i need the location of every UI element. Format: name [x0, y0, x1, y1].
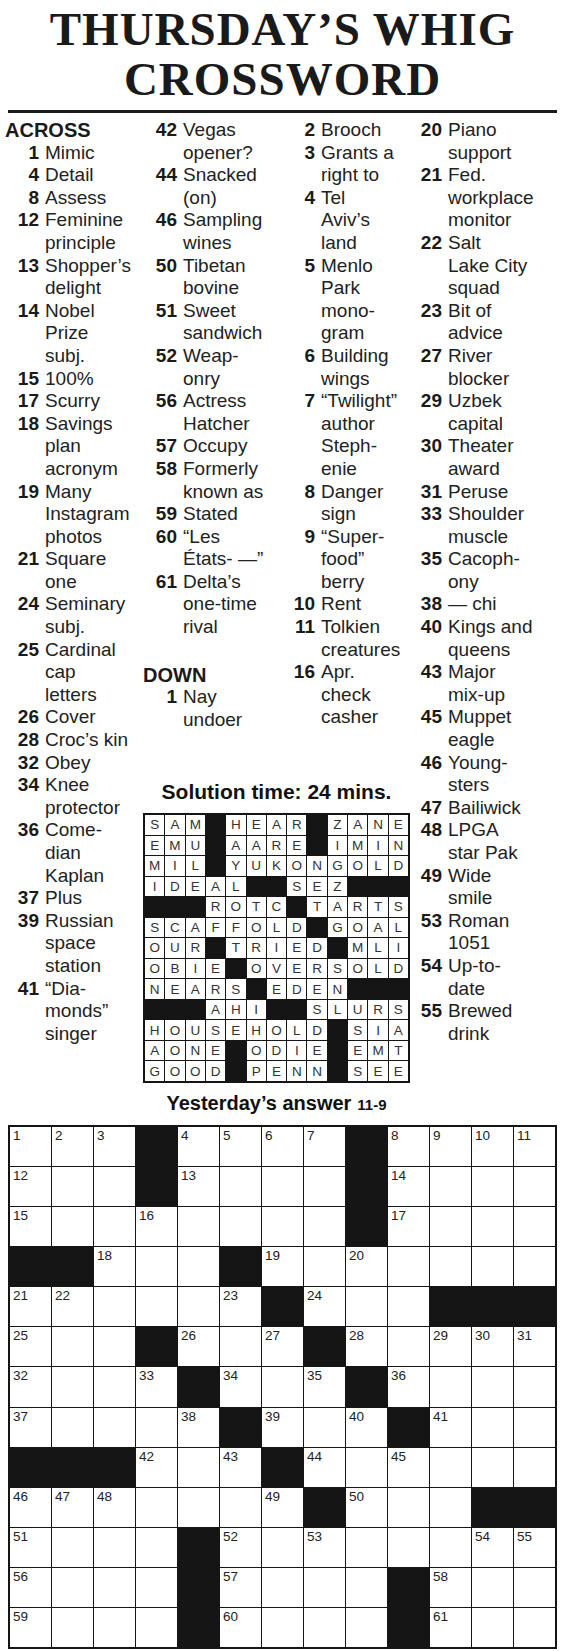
main-grid-cell[interactable] — [388, 1247, 429, 1286]
clue-item: 61Delta’s one-time rival — [143, 571, 277, 639]
clue-number: 5 — [281, 255, 321, 278]
solution-block-cell — [165, 897, 184, 917]
clue-item: 24Seminary subj. — [5, 593, 140, 638]
main-grid-cell[interactable]: 58 — [430, 1568, 471, 1607]
main-grid-cell[interactable] — [94, 1287, 135, 1326]
main-grid-cell[interactable]: 13 — [178, 1167, 219, 1206]
main-grid-cell[interactable]: 47 — [52, 1488, 93, 1527]
clue-item: 17Scurry — [5, 390, 140, 413]
main-grid-cell[interactable]: 4 — [178, 1127, 219, 1166]
main-grid-cell[interactable] — [262, 1528, 303, 1567]
main-grid-cell[interactable] — [94, 1568, 135, 1607]
clue-item: 59Stated — [143, 503, 277, 526]
solution-block-cell — [247, 979, 266, 999]
clue-text: River blocker — [448, 345, 509, 390]
clue-item: 43Major mix-up — [408, 661, 564, 706]
clue-number: 25 — [5, 639, 45, 662]
solution-letter-cell: M — [368, 1041, 387, 1061]
main-grid-cell[interactable] — [220, 1488, 261, 1527]
main-grid-cell[interactable] — [262, 1207, 303, 1246]
main-grid-cell[interactable] — [514, 1207, 555, 1246]
main-grid-cell[interactable]: 5 — [220, 1127, 261, 1166]
solution-letter-cell: O — [145, 959, 164, 979]
solution-letter-cell: M — [165, 836, 184, 856]
main-grid-cell[interactable]: 42 — [136, 1448, 177, 1487]
main-grid-cell[interactable]: 53 — [304, 1528, 345, 1567]
clue-text: Seminary subj. — [45, 593, 125, 638]
clue-number: 2 — [281, 119, 321, 142]
main-grid-cell[interactable]: 57 — [220, 1568, 261, 1607]
solution-letter-cell: I — [267, 938, 286, 958]
main-grid-cell[interactable] — [514, 1367, 555, 1406]
main-grid-cell[interactable] — [430, 1488, 471, 1527]
clue-number: 13 — [5, 255, 45, 278]
main-grid-cell[interactable]: 56 — [10, 1568, 51, 1607]
solution-letter-cell: Z — [328, 877, 347, 897]
main-grid-cell[interactable]: 26 — [178, 1327, 219, 1366]
solution-block-cell — [267, 1000, 286, 1020]
main-grid-cell[interactable] — [52, 1608, 93, 1647]
clue-item: 56Actress Hatcher — [143, 390, 277, 435]
main-grid: 1234567891011121314151617181920212223242… — [8, 1125, 557, 1649]
main-grid-cell[interactable] — [94, 1528, 135, 1567]
clue-text: “Twilight” author Steph- enie — [321, 390, 397, 480]
main-grid-cell[interactable]: 21 — [10, 1287, 51, 1326]
main-grid-cell[interactable] — [388, 1488, 429, 1527]
main-grid-cell[interactable] — [346, 1568, 387, 1607]
solution-letter-cell: E — [307, 979, 326, 999]
clue-text: Snacked (on) — [183, 164, 257, 209]
main-grid-cell[interactable] — [136, 1568, 177, 1607]
main-grid-cell[interactable] — [220, 1167, 261, 1206]
clue-number: 55 — [408, 1000, 448, 1023]
main-grid-cell[interactable] — [52, 1327, 93, 1366]
solution-block-cell — [226, 959, 245, 979]
solution-letter-cell: A — [145, 1041, 164, 1061]
main-grid-cell[interactable] — [52, 1568, 93, 1607]
clue-number: 37 — [5, 887, 45, 910]
main-grid-cell[interactable]: 38 — [178, 1408, 219, 1447]
solution-letter-cell: R — [368, 1000, 387, 1020]
main-grid-cell[interactable]: 43 — [220, 1448, 261, 1487]
main-grid-cell[interactable]: 48 — [94, 1488, 135, 1527]
solution-letter-cell: C — [267, 897, 286, 917]
main-grid-cell[interactable]: 15 — [10, 1207, 51, 1246]
main-grid-cell[interactable]: 8 — [388, 1127, 429, 1166]
main-grid-cell[interactable]: 32 — [10, 1367, 51, 1406]
clue-item: 7“Twilight” author Steph- enie — [281, 390, 405, 480]
main-grid-cell[interactable] — [94, 1207, 135, 1246]
main-grid-cell[interactable] — [430, 1367, 471, 1406]
main-grid-cell[interactable] — [346, 1528, 387, 1567]
main-grid-cell[interactable] — [304, 1207, 345, 1246]
main-grid-cell[interactable]: 29 — [430, 1327, 471, 1366]
solution-block-cell — [206, 836, 225, 856]
main-grid-cell[interactable] — [52, 1408, 93, 1447]
clue-number: 10 — [281, 593, 321, 616]
main-grid-cell[interactable]: 52 — [220, 1528, 261, 1567]
solution-block-cell — [307, 836, 326, 856]
solution-block-cell — [389, 877, 408, 897]
clue-number: 24 — [5, 593, 45, 616]
solution-letter-cell: S — [389, 897, 408, 917]
main-grid-cell[interactable] — [346, 1448, 387, 1487]
clue-item: 21Square one — [5, 548, 140, 593]
clue-number: 20 — [408, 119, 448, 142]
solution-letter-cell: A — [328, 897, 347, 917]
main-grid-cell[interactable]: 6 — [262, 1127, 303, 1166]
main-grid-cell[interactable]: 9 — [430, 1127, 471, 1166]
solution-letter-cell: E — [206, 959, 225, 979]
clue-text: Detail — [45, 164, 94, 187]
clue-text: Actress Hatcher — [183, 390, 250, 435]
solution-letter-cell: O — [165, 1020, 184, 1040]
main-grid-cell[interactable]: 12 — [10, 1167, 51, 1206]
main-grid-cell[interactable]: 37 — [10, 1408, 51, 1447]
main-grid-cell[interactable] — [304, 1568, 345, 1607]
main-grid-block-cell — [346, 1207, 387, 1246]
main-grid-cell[interactable]: 18 — [94, 1247, 135, 1286]
main-grid-cell[interactable]: 7 — [304, 1127, 345, 1166]
solution-letter-cell: U — [186, 1020, 205, 1040]
solution-letter-cell: H — [145, 1020, 164, 1040]
clue-number: 6 — [281, 345, 321, 368]
main-grid-cell[interactable]: 31 — [514, 1327, 555, 1366]
main-grid-cell[interactable]: 27 — [262, 1327, 303, 1366]
clue-item: 29Uzbek capital — [408, 390, 564, 435]
solution-block-cell — [186, 897, 205, 917]
main-grid-cell[interactable] — [178, 1448, 219, 1487]
main-grid-cell[interactable]: 10 — [472, 1127, 513, 1166]
main-grid-cell[interactable] — [136, 1608, 177, 1647]
main-grid-cell[interactable] — [178, 1287, 219, 1326]
main-grid-cell[interactable] — [472, 1568, 513, 1607]
clue-column-2: 42Vegas opener?44Snacked (on)46Sampling … — [143, 119, 277, 731]
main-grid-cell[interactable] — [472, 1367, 513, 1406]
main-grid-cell[interactable] — [514, 1608, 555, 1647]
main-grid-cell[interactable] — [430, 1207, 471, 1246]
solution-letter-cell: O — [348, 856, 367, 876]
clue-item: 3Grants a right to — [281, 142, 405, 187]
clue-number: 17 — [5, 390, 45, 413]
main-grid-cell[interactable]: 23 — [220, 1287, 261, 1326]
clue-number: 59 — [143, 503, 183, 526]
main-grid-cell[interactable] — [388, 1287, 429, 1326]
main-grid-cell[interactable] — [52, 1367, 93, 1406]
main-grid-cell[interactable] — [430, 1247, 471, 1286]
main-grid-cell[interactable] — [346, 1287, 387, 1326]
clue-item: 49Wide smile — [408, 865, 564, 910]
clue-text: Salt Lake City squad — [448, 232, 527, 300]
main-grid-cell[interactable] — [94, 1608, 135, 1647]
main-grid-cell[interactable] — [52, 1207, 93, 1246]
main-grid-cell[interactable] — [304, 1408, 345, 1447]
clue-number: 60 — [143, 526, 183, 549]
clue-number: 33 — [408, 503, 448, 526]
main-grid-cell[interactable]: 46 — [10, 1488, 51, 1527]
clue-item: 48LPGA star Pak — [408, 819, 564, 864]
clue-item: 32Obey — [5, 752, 140, 775]
main-grid-cell[interactable]: 36 — [388, 1367, 429, 1406]
clue-text: Weap- onry — [183, 345, 239, 390]
main-grid-cell[interactable] — [514, 1167, 555, 1206]
solution-letter-cell: L — [328, 1000, 347, 1020]
clue-item: 9“Super- food” berry — [281, 526, 405, 594]
clue-number: 3 — [281, 142, 321, 165]
clue-item: 21Fed. workplace monitor — [408, 164, 564, 232]
main-grid-cell[interactable]: 45 — [388, 1448, 429, 1487]
clue-text: Up-to- date — [448, 955, 501, 1000]
solution-letter-cell: D — [287, 979, 306, 999]
solution-letter-cell: N — [368, 815, 387, 835]
clue-item: 13Shopper’s delight — [5, 255, 140, 300]
solution-block-cell — [348, 979, 367, 999]
main-grid-cell[interactable]: 39 — [262, 1408, 303, 1447]
clue-item: 27River blocker — [408, 345, 564, 390]
main-grid-cell[interactable] — [430, 1167, 471, 1206]
clue-number: 23 — [408, 300, 448, 323]
solution-block-cell — [328, 1020, 347, 1040]
main-grid-cell[interactable] — [94, 1408, 135, 1447]
clue-text: Savings plan acronym — [45, 413, 118, 481]
main-grid-cell[interactable] — [178, 1207, 219, 1246]
solution-letter-cell: L — [368, 959, 387, 979]
main-grid-cell[interactable]: 16 — [136, 1207, 177, 1246]
main-grid-cell[interactable]: 33 — [136, 1367, 177, 1406]
main-grid-cell[interactable] — [430, 1528, 471, 1567]
solution-letter-cell: E — [165, 979, 184, 999]
main-grid-cell[interactable]: 30 — [472, 1327, 513, 1366]
clue-text: Sweet sandwich — [183, 300, 262, 345]
main-grid-cell[interactable] — [514, 1568, 555, 1607]
clue-item: 23Bit of advice — [408, 300, 564, 345]
main-grid-block-cell — [346, 1127, 387, 1166]
clue-number: 19 — [5, 481, 45, 504]
main-grid-cell[interactable] — [346, 1608, 387, 1647]
main-grid-cell[interactable] — [388, 1528, 429, 1567]
solution-letter-cell: S — [389, 1000, 408, 1020]
main-grid-cell[interactable] — [262, 1568, 303, 1607]
solution-letter-cell: T — [307, 897, 326, 917]
main-grid-cell[interactable]: 17 — [388, 1207, 429, 1246]
main-grid-cell[interactable]: 25 — [10, 1327, 51, 1366]
solution-letter-cell: O — [145, 938, 164, 958]
main-grid-cell[interactable] — [514, 1247, 555, 1286]
main-grid-cell[interactable]: 20 — [346, 1247, 387, 1286]
main-grid-cell[interactable] — [514, 1448, 555, 1487]
solution-letter-cell: S — [348, 1061, 367, 1081]
main-grid-cell[interactable]: 54 — [472, 1528, 513, 1567]
solution-letter-cell: H — [226, 815, 245, 835]
solution-letter-cell: R — [206, 897, 225, 917]
clue-item: 6Building wings — [281, 345, 405, 390]
clue-text: Square one — [45, 548, 106, 593]
clue-text: Stated — [183, 503, 238, 526]
solution-letter-cell: M — [186, 815, 205, 835]
solution-letter-cell: A — [389, 1020, 408, 1040]
solution-letter-cell: I — [145, 877, 164, 897]
main-grid-cell[interactable]: 14 — [388, 1167, 429, 1206]
main-grid-cell[interactable] — [136, 1528, 177, 1567]
solution-letter-cell: E — [267, 979, 286, 999]
main-grid-cell[interactable] — [52, 1167, 93, 1206]
main-grid-cell[interactable] — [94, 1167, 135, 1206]
main-grid-block-cell — [346, 1167, 387, 1206]
main-grid-cell[interactable]: 28 — [346, 1327, 387, 1366]
clue-number: 11 — [281, 616, 321, 639]
main-grid-cell[interactable] — [304, 1608, 345, 1647]
main-grid-block-cell — [136, 1327, 177, 1366]
main-grid-cell[interactable] — [514, 1408, 555, 1447]
solution-letter-cell: S — [307, 1000, 326, 1020]
solution-letter-cell: E — [206, 1041, 225, 1061]
main-grid-cell[interactable]: 1 — [10, 1127, 51, 1166]
clue-text: Croc’s kin — [45, 729, 128, 752]
clue-item: 46Young- sters — [408, 752, 564, 797]
main-grid-cell[interactable]: 19 — [262, 1247, 303, 1286]
clue-text: Cover — [45, 706, 96, 729]
main-grid-cell[interactable]: 11 — [514, 1127, 555, 1166]
main-grid-cell[interactable] — [388, 1327, 429, 1366]
clue-item: 41“Dia- monds” singer — [5, 978, 140, 1046]
main-grid-cell[interactable] — [472, 1247, 513, 1286]
clue-number: 8 — [281, 481, 321, 504]
main-grid-cell[interactable] — [430, 1448, 471, 1487]
main-grid-block-cell — [10, 1247, 51, 1286]
solution-letter-cell: I — [328, 836, 347, 856]
solution-letter-cell: E — [389, 815, 408, 835]
main-grid-cell[interactable]: 24 — [304, 1287, 345, 1326]
solution-letter-cell: O — [348, 918, 367, 938]
clue-text: Feminine principle — [45, 209, 123, 254]
solution-letter-cell: D — [267, 1041, 286, 1061]
solution-block-cell — [287, 897, 306, 917]
solution-letter-cell: R — [307, 959, 326, 979]
main-grid-cell[interactable] — [472, 1167, 513, 1206]
main-grid-cell[interactable]: 40 — [346, 1408, 387, 1447]
main-grid-cell[interactable]: 59 — [10, 1608, 51, 1647]
main-grid-cell[interactable] — [178, 1488, 219, 1527]
clue-item: 19Many Instagram photos — [5, 481, 140, 549]
main-grid-cell[interactable]: 60 — [220, 1608, 261, 1647]
solution-letter-cell: O — [287, 856, 306, 876]
solution-block-cell — [307, 918, 326, 938]
main-grid-cell[interactable] — [52, 1528, 93, 1567]
main-grid-cell[interactable] — [262, 1167, 303, 1206]
main-grid-cell[interactable] — [136, 1488, 177, 1527]
clue-number: 53 — [408, 910, 448, 933]
main-grid-cell[interactable]: 2 — [52, 1127, 93, 1166]
clue-text: Muppet eagle — [448, 706, 511, 751]
solution-letter-cell: I — [186, 959, 205, 979]
main-grid-block-cell — [304, 1488, 345, 1527]
clue-text: Tel Aviv’s land — [321, 187, 370, 255]
solution-letter-cell: E — [287, 938, 306, 958]
clue-number: 54 — [408, 955, 448, 978]
main-grid-cell[interactable] — [304, 1247, 345, 1286]
solution-letter-cell: D — [307, 1020, 326, 1040]
solution-letter-cell: P — [247, 1061, 266, 1081]
main-grid-cell[interactable] — [472, 1408, 513, 1447]
solution-letter-cell: O — [247, 918, 266, 938]
main-grid-block-cell — [178, 1367, 219, 1406]
main-grid-cell[interactable]: 44 — [304, 1448, 345, 1487]
main-grid-cell[interactable] — [472, 1207, 513, 1246]
main-grid-cell[interactable] — [304, 1167, 345, 1206]
clue-text: Roman 1051 — [448, 910, 509, 955]
solution-block-cell — [368, 979, 387, 999]
main-grid-cell[interactable]: 41 — [430, 1408, 471, 1447]
main-grid-cell[interactable] — [472, 1448, 513, 1487]
solution-block-cell — [287, 1000, 306, 1020]
solution-block-cell — [145, 1000, 164, 1020]
solution-letter-cell: R — [348, 897, 367, 917]
solution-letter-cell: A — [368, 918, 387, 938]
solution-letter-cell: L — [226, 877, 245, 897]
solution-letter-cell: O — [165, 1061, 184, 1081]
main-grid-block-cell — [52, 1448, 93, 1487]
main-grid-cell[interactable]: 49 — [262, 1488, 303, 1527]
main-grid-block-cell — [136, 1127, 177, 1166]
solution-letter-cell: E — [348, 1041, 367, 1061]
main-grid-cell[interactable] — [220, 1327, 261, 1366]
main-grid-cell[interactable]: 50 — [346, 1488, 387, 1527]
main-grid-cell[interactable] — [472, 1608, 513, 1647]
main-grid-cell[interactable]: 51 — [10, 1528, 51, 1567]
clue-column-3: 2Brooch3Grants a right to4Tel Aviv’s lan… — [281, 119, 405, 729]
main-grid-cell[interactable] — [136, 1287, 177, 1326]
clue-number: 41 — [5, 978, 45, 1001]
main-grid-cell[interactable]: 61 — [430, 1608, 471, 1647]
down-header: DOWN — [143, 664, 277, 687]
solution-letter-cell: I — [368, 836, 387, 856]
main-grid-cell[interactable]: 35 — [304, 1367, 345, 1406]
main-grid-cell[interactable] — [136, 1408, 177, 1447]
main-grid-cell[interactable] — [220, 1207, 261, 1246]
clue-number: 57 — [143, 435, 183, 458]
main-grid-cell[interactable] — [94, 1367, 135, 1406]
main-grid-cell[interactable]: 22 — [52, 1287, 93, 1326]
main-grid-cell[interactable]: 55 — [514, 1528, 555, 1567]
main-grid-cell[interactable]: 3 — [94, 1127, 135, 1166]
solution-letter-cell: E — [226, 1020, 245, 1040]
clue-text: Cacoph- ony — [448, 548, 520, 593]
solution-letter-cell: O — [247, 1041, 266, 1061]
clue-text: Shopper’s delight — [45, 255, 131, 300]
main-grid-cell[interactable] — [178, 1247, 219, 1286]
clue-number: 51 — [143, 300, 183, 323]
main-grid-cell[interactable] — [262, 1367, 303, 1406]
main-grid-cell[interactable] — [94, 1327, 135, 1366]
main-grid-block-cell — [178, 1568, 219, 1607]
main-grid-block-cell — [262, 1448, 303, 1487]
solution-letter-cell: N — [307, 856, 326, 876]
solution-letter-cell: D — [389, 856, 408, 876]
clue-text: Cardinal cap letters — [45, 639, 116, 707]
clue-item: 15100% — [5, 368, 140, 391]
main-grid-cell[interactable] — [262, 1608, 303, 1647]
main-grid-cell[interactable]: 34 — [220, 1367, 261, 1406]
clue-text: Brewed drink — [448, 1000, 512, 1045]
solution-letter-cell: A — [186, 918, 205, 938]
solution-letter-cell: V — [267, 959, 286, 979]
clue-text: Kings and queens — [448, 616, 533, 661]
clue-text: Danger sign — [321, 481, 383, 526]
clue-text: Bit of advice — [448, 300, 503, 345]
main-grid-cell[interactable] — [136, 1247, 177, 1286]
solution-letter-cell: S — [348, 1020, 367, 1040]
page-title-line2: CROSSWORD — [0, 54, 565, 104]
